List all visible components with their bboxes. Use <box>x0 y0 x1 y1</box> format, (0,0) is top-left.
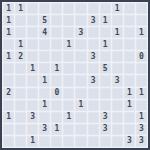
cell-r2c2[interactable] <box>15 15 26 26</box>
cell-r10c5[interactable] <box>51 112 62 123</box>
cell-r1c6[interactable] <box>63 3 74 14</box>
cell-r4c2[interactable]: 1 <box>15 39 26 50</box>
cell-r12c2[interactable] <box>15 136 26 147</box>
clue-digit: 0 <box>54 89 59 97</box>
cell-r10c11[interactable] <box>124 112 135 123</box>
cell-r4c11[interactable] <box>124 39 135 50</box>
clue-digit: 3 <box>79 29 84 37</box>
cell-r3c5[interactable] <box>51 27 62 38</box>
clue-digit: 1 <box>139 113 144 121</box>
cell-r10c12[interactable]: 1 <box>136 112 147 123</box>
cell-r6c12[interactable] <box>136 63 147 74</box>
clue-digit: 1 <box>103 41 108 49</box>
cell-r9c11[interactable]: 1 <box>124 100 135 111</box>
cell-r1c12[interactable] <box>136 3 147 14</box>
cell-r2c11[interactable] <box>124 15 135 26</box>
cell-r12c9[interactable] <box>100 136 111 147</box>
cell-r5c4[interactable] <box>39 51 50 62</box>
cell-r12c6[interactable] <box>63 136 74 147</box>
cell-r9c9[interactable] <box>100 100 111 111</box>
cell-r1c7[interactable] <box>75 3 86 14</box>
clue-digit: 4 <box>42 29 47 37</box>
cell-r5c9[interactable] <box>100 51 111 62</box>
cell-r9c8[interactable] <box>88 100 99 111</box>
cell-r5c8[interactable]: 3 <box>88 51 99 62</box>
clue-digit: 3 <box>139 137 144 145</box>
cell-r11c8[interactable] <box>88 124 99 135</box>
cell-r8c12[interactable]: 1 <box>136 88 147 99</box>
cell-r1c10[interactable]: 1 <box>112 3 123 14</box>
cell-r8c8[interactable] <box>88 88 99 99</box>
cell-r1c2[interactable]: 1 <box>15 3 26 14</box>
cell-r11c3[interactable] <box>27 124 38 135</box>
cell-r5c5[interactable] <box>51 51 62 62</box>
cell-r3c10[interactable]: 1 <box>112 27 123 38</box>
clue-digit: 1 <box>54 65 59 73</box>
cell-r3c2[interactable] <box>15 27 26 38</box>
clue-digit: 1 <box>6 53 11 61</box>
cell-r2c8[interactable]: 3 <box>88 15 99 26</box>
cell-r10c9[interactable]: 3 <box>100 112 111 123</box>
cell-r5c11[interactable] <box>124 51 135 62</box>
cell-r7c6[interactable] <box>63 75 74 86</box>
cell-r7c2[interactable] <box>15 75 26 86</box>
cell-r5c1[interactable]: 1 <box>3 51 14 62</box>
clue-digit: 3 <box>30 113 35 121</box>
clue-digit: 3 <box>91 53 96 61</box>
cell-r4c6[interactable]: 1 <box>63 39 74 50</box>
cell-r5c3[interactable] <box>27 51 38 62</box>
clue-digit: 1 <box>42 101 47 109</box>
cell-r2c12[interactable] <box>136 15 147 26</box>
cell-r3c6[interactable] <box>63 27 74 38</box>
clue-digit: 1 <box>42 77 47 85</box>
cell-r9c6[interactable] <box>63 100 74 111</box>
cell-r10c2[interactable] <box>15 112 26 123</box>
cell-r12c3[interactable]: 1 <box>27 136 38 147</box>
cell-r8c1[interactable]: 2 <box>3 88 14 99</box>
cell-r12c1[interactable] <box>3 136 14 147</box>
cell-r6c1[interactable] <box>3 63 14 74</box>
clue-digit: 1 <box>30 137 35 145</box>
cell-r7c10[interactable]: 3 <box>112 75 123 86</box>
cell-r3c4[interactable]: 4 <box>39 27 50 38</box>
cell-r4c12[interactable] <box>136 39 147 50</box>
cell-r7c4[interactable]: 1 <box>39 75 50 86</box>
clue-digit: 1 <box>127 101 132 109</box>
cell-r2c7[interactable] <box>75 15 86 26</box>
cell-r8c7[interactable] <box>75 88 86 99</box>
clue-digit: 1 <box>103 17 108 25</box>
cell-r8c10[interactable] <box>112 88 123 99</box>
cell-r11c10[interactable] <box>112 124 123 135</box>
clue-digit: 1 <box>30 65 35 73</box>
cell-r7c1[interactable] <box>3 75 14 86</box>
cell-r8c11[interactable]: 1 <box>124 88 135 99</box>
cell-r6c10[interactable] <box>112 63 123 74</box>
cell-r1c8[interactable] <box>88 3 99 14</box>
clue-digit: 1 <box>127 89 132 97</box>
cell-r9c1[interactable] <box>3 100 14 111</box>
clue-digit: 1 <box>67 113 72 121</box>
cell-r3c8[interactable] <box>88 27 99 38</box>
cell-r12c7[interactable] <box>75 136 86 147</box>
clue-digit: 1 <box>18 41 23 49</box>
cell-r3c1[interactable]: 1 <box>3 27 14 38</box>
cell-r10c1[interactable]: 1 <box>3 112 14 123</box>
clue-digit: 1 <box>115 29 120 37</box>
cell-r6c6[interactable] <box>63 63 74 74</box>
cell-r7c5[interactable] <box>51 75 62 86</box>
cell-r9c12[interactable] <box>136 100 147 111</box>
cell-r1c11[interactable] <box>124 3 135 14</box>
clue-digit: 3 <box>91 17 96 25</box>
cell-r3c3[interactable] <box>27 27 38 38</box>
cell-r4c4[interactable] <box>39 39 50 50</box>
clue-digit: 5 <box>103 65 108 73</box>
cell-r6c8[interactable] <box>88 63 99 74</box>
cell-r6c3[interactable]: 1 <box>27 63 38 74</box>
clue-digit: 1 <box>115 5 120 13</box>
clue-digit: 3 <box>103 125 108 133</box>
cell-r9c3[interactable] <box>27 100 38 111</box>
clue-digit: 1 <box>139 89 144 97</box>
cell-r10c10[interactable] <box>112 112 123 123</box>
puzzle-board: 1111531143111111230115133201111113131313… <box>2 2 148 148</box>
cell-r2c5[interactable] <box>51 15 62 26</box>
cell-r4c5[interactable] <box>51 39 62 50</box>
clue-digit: 1 <box>6 5 11 13</box>
cell-r3c7[interactable]: 3 <box>75 27 86 38</box>
clue-digit: 1 <box>54 125 59 133</box>
cell-r7c9[interactable] <box>100 75 111 86</box>
cell-r11c11[interactable] <box>124 124 135 135</box>
cell-r10c7[interactable] <box>75 112 86 123</box>
cell-r8c9[interactable] <box>100 88 111 99</box>
cell-r2c1[interactable]: 1 <box>3 15 14 26</box>
cell-r11c12[interactable]: 3 <box>136 124 147 135</box>
clue-digit: 3 <box>91 77 96 85</box>
cell-r1c9[interactable] <box>100 3 111 14</box>
cell-r4c10[interactable] <box>112 39 123 50</box>
cell-r6c4[interactable] <box>39 63 50 74</box>
cell-r11c7[interactable] <box>75 124 86 135</box>
clue-digit: 3 <box>127 137 132 145</box>
cell-r5c2[interactable]: 2 <box>15 51 26 62</box>
cell-r11c6[interactable] <box>63 124 74 135</box>
cell-r6c9[interactable]: 5 <box>100 63 111 74</box>
cell-r9c5[interactable] <box>51 100 62 111</box>
cell-r9c2[interactable] <box>15 100 26 111</box>
cell-r9c10[interactable] <box>112 100 123 111</box>
cell-r7c7[interactable] <box>75 75 86 86</box>
cell-r11c1[interactable] <box>3 124 14 135</box>
cell-r5c7[interactable] <box>75 51 86 62</box>
cell-r4c1[interactable] <box>3 39 14 50</box>
clue-digit: 1 <box>6 17 11 25</box>
cell-r1c5[interactable] <box>51 3 62 14</box>
clue-digit: 3 <box>42 125 47 133</box>
clue-digit: 1 <box>18 5 23 13</box>
clue-digit: 5 <box>42 17 47 25</box>
cell-r6c7[interactable] <box>75 63 86 74</box>
cell-r5c6[interactable] <box>63 51 74 62</box>
cell-r4c8[interactable] <box>88 39 99 50</box>
cell-r3c11[interactable] <box>124 27 135 38</box>
cell-r8c6[interactable] <box>63 88 74 99</box>
cell-r7c11[interactable] <box>124 75 135 86</box>
cell-r8c5[interactable]: 0 <box>51 88 62 99</box>
cell-r3c12[interactable]: 1 <box>136 27 147 38</box>
cell-r12c5[interactable] <box>51 136 62 147</box>
clue-digit: 0 <box>139 53 144 61</box>
clue-digit: 1 <box>6 113 11 121</box>
cell-r12c12[interactable]: 3 <box>136 136 147 147</box>
cell-r12c11[interactable]: 3 <box>124 136 135 147</box>
clue-digit: 1 <box>6 29 11 37</box>
clue-digit: 2 <box>18 53 23 61</box>
clue-digit: 1 <box>139 29 144 37</box>
cell-r11c2[interactable] <box>15 124 26 135</box>
cell-r10c4[interactable] <box>39 112 50 123</box>
clue-digit: 1 <box>79 101 84 109</box>
cell-r5c10[interactable] <box>112 51 123 62</box>
cell-r1c1[interactable]: 1 <box>3 3 14 14</box>
cell-r9c7[interactable]: 1 <box>75 100 86 111</box>
cell-r2c6[interactable] <box>63 15 74 26</box>
cell-r1c4[interactable] <box>39 3 50 14</box>
cell-r8c3[interactable] <box>27 88 38 99</box>
cell-r3c9[interactable] <box>100 27 111 38</box>
cell-r4c7[interactable] <box>75 39 86 50</box>
cell-r8c2[interactable] <box>15 88 26 99</box>
cell-r2c4[interactable]: 5 <box>39 15 50 26</box>
cell-r6c5[interactable]: 1 <box>51 63 62 74</box>
clue-digit: 3 <box>103 113 108 121</box>
cell-r9c4[interactable]: 1 <box>39 100 50 111</box>
puzzle-board-frame: 1111531143111111230115133201111113131313… <box>0 0 150 150</box>
cell-r11c4[interactable]: 3 <box>39 124 50 135</box>
cell-r2c9[interactable]: 1 <box>100 15 111 26</box>
cell-r5c12[interactable]: 0 <box>136 51 147 62</box>
cell-r8c4[interactable] <box>39 88 50 99</box>
clue-digit: 3 <box>115 77 120 85</box>
cell-r12c10[interactable] <box>112 136 123 147</box>
cell-r7c12[interactable] <box>136 75 147 86</box>
cell-r12c4[interactable] <box>39 136 50 147</box>
cell-r6c11[interactable] <box>124 63 135 74</box>
cell-r2c3[interactable] <box>27 15 38 26</box>
cell-r4c9[interactable]: 1 <box>100 39 111 50</box>
cell-r10c3[interactable]: 3 <box>27 112 38 123</box>
cell-r1c3[interactable] <box>27 3 38 14</box>
cell-r2c10[interactable] <box>112 15 123 26</box>
clue-digit: 3 <box>139 125 144 133</box>
cell-r6c2[interactable] <box>15 63 26 74</box>
cell-r12c8[interactable] <box>88 136 99 147</box>
cell-r7c3[interactable] <box>27 75 38 86</box>
cell-r11c9[interactable]: 3 <box>100 124 111 135</box>
clue-digit: 2 <box>6 89 11 97</box>
cell-r7c8[interactable]: 3 <box>88 75 99 86</box>
cell-r4c3[interactable] <box>27 39 38 50</box>
cell-r10c6[interactable]: 1 <box>63 112 74 123</box>
clue-digit: 1 <box>67 41 72 49</box>
cell-r11c5[interactable]: 1 <box>51 124 62 135</box>
cell-r10c8[interactable] <box>88 112 99 123</box>
